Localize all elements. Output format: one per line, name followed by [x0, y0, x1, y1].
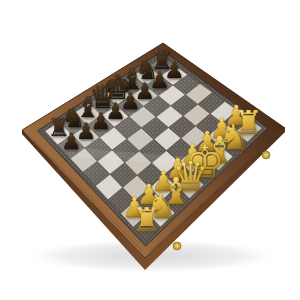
- chess-board-svg: ♜♟♞♝♟♚♟♛♟♝♟♟♞♟♜♜♟♟♞♟♟♝♟♚♟♛♟♝♟♞♟♜: [0, 0, 300, 300]
- chess-set-photo: ♜♟♞♝♟♚♟♛♟♝♟♟♞♟♜♜♟♟♞♟♟♝♟♚♟♛♟♝♟♞♟♜: [0, 0, 300, 300]
- chess-board: ♜♟♞♝♟♚♟♛♟♝♟♟♞♟♜♜♟♟♞♟♟♝♟♚♟♛♟♝♟♞♟♜: [0, 0, 300, 300]
- piece-black-pawn: ♟: [61, 128, 81, 154]
- brass-foot: [262, 151, 270, 159]
- brass-foot: [173, 242, 181, 250]
- piece-white-rook: ♜: [132, 200, 162, 239]
